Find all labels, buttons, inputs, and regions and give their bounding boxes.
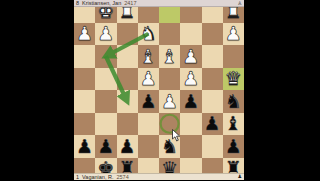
chess-board[interactable]: ♚♜♜♟♟♞♟♝♝♟♟♟♛♟♟♟♞♟♝♟♟♟♞♟♚♜♛♜ (74, 0, 244, 180)
square-b6[interactable]: ♟ (202, 113, 223, 136)
square-b7[interactable] (202, 135, 223, 158)
white-bishop-d3[interactable]: ♝ (161, 47, 178, 66)
square-c7[interactable] (180, 135, 201, 158)
square-h6[interactable] (74, 113, 95, 136)
square-d7[interactable]: ♞ (159, 135, 180, 158)
black-pawn-g7[interactable]: ♟ (97, 137, 114, 156)
square-b2[interactable] (202, 23, 223, 46)
square-h3[interactable] (74, 45, 95, 68)
bottom-player-rating: 2574 (116, 174, 128, 180)
chess-app-window: 8 Kristiansen, Jan 2417 ♙ ♚♜♜♟♟♞♟♝♝♟♟♟♛♟… (0, 0, 320, 180)
white-pawn-e4[interactable]: ♟ (140, 69, 157, 88)
square-h4[interactable] (74, 68, 95, 91)
black-side-icon: ♟ (238, 174, 242, 179)
white-pawn-g2[interactable]: ♟ (97, 24, 114, 43)
square-b5[interactable] (202, 90, 223, 113)
square-g3[interactable] (95, 45, 116, 68)
white-knight-e2[interactable]: ♞ (140, 24, 157, 43)
white-queen-a4[interactable]: ♛ (225, 69, 242, 88)
square-c2[interactable] (180, 23, 201, 46)
black-pawn-e5[interactable]: ♟ (140, 92, 157, 111)
square-e4[interactable]: ♟ (138, 68, 159, 91)
white-pawn-a2[interactable]: ♟ (225, 24, 242, 43)
square-f7[interactable]: ♟ (117, 135, 138, 158)
square-f2[interactable] (117, 23, 138, 46)
black-pawn-c5[interactable]: ♟ (182, 92, 199, 111)
white-pawn-c4[interactable]: ♟ (182, 69, 199, 88)
bottom-player-bar: 1 Vaganian, R. 2574 ♟ (74, 173, 244, 181)
top-player-name: Kristiansen, Jan (82, 0, 121, 6)
square-b3[interactable] (202, 45, 223, 68)
square-g4[interactable] (95, 68, 116, 91)
black-knight-d7[interactable]: ♞ (161, 137, 178, 156)
black-pawn-b6[interactable]: ♟ (204, 114, 221, 133)
top-bar-prefix: 8 (76, 0, 79, 6)
white-pawn-c3[interactable]: ♟ (182, 47, 199, 66)
square-f4[interactable] (117, 68, 138, 91)
square-g7[interactable]: ♟ (95, 135, 116, 158)
square-b4[interactable] (202, 68, 223, 91)
square-e2[interactable]: ♞ (138, 23, 159, 46)
square-d3[interactable]: ♝ (159, 45, 180, 68)
black-knight-a5[interactable]: ♞ (225, 92, 242, 111)
square-h7[interactable]: ♟ (74, 135, 95, 158)
square-f6[interactable] (117, 113, 138, 136)
square-f5[interactable] (117, 90, 138, 113)
bottom-bar-prefix: 1 (76, 174, 79, 180)
white-side-icon: ♙ (238, 1, 242, 6)
square-e3[interactable]: ♝ (138, 45, 159, 68)
square-g6[interactable] (95, 113, 116, 136)
square-c6[interactable] (180, 113, 201, 136)
white-pawn-h2[interactable]: ♟ (76, 24, 93, 43)
square-g2[interactable]: ♟ (95, 23, 116, 46)
top-player-rating: 2417 (124, 0, 136, 6)
square-c3[interactable]: ♟ (180, 45, 201, 68)
square-c4[interactable]: ♟ (180, 68, 201, 91)
bottom-player-name: Vaganian, R. (82, 174, 113, 180)
square-d2[interactable] (159, 23, 180, 46)
square-e5[interactable]: ♟ (138, 90, 159, 113)
square-h5[interactable] (74, 90, 95, 113)
square-a6[interactable]: ♝ (223, 113, 244, 136)
square-d4[interactable] (159, 68, 180, 91)
white-bishop-e3[interactable]: ♝ (140, 47, 157, 66)
white-pawn-d5[interactable]: ♟ (161, 92, 178, 111)
square-c5[interactable]: ♟ (180, 90, 201, 113)
square-d6[interactable] (159, 113, 180, 136)
square-e7[interactable] (138, 135, 159, 158)
square-a3[interactable] (223, 45, 244, 68)
square-f3[interactable] (117, 45, 138, 68)
black-pawn-f7[interactable]: ♟ (119, 137, 136, 156)
black-pawn-a7[interactable]: ♟ (225, 137, 242, 156)
square-a7[interactable]: ♟ (223, 135, 244, 158)
black-bishop-a6[interactable]: ♝ (225, 114, 242, 133)
square-g5[interactable] (95, 90, 116, 113)
square-e6[interactable] (138, 113, 159, 136)
black-pawn-h7[interactable]: ♟ (76, 137, 93, 156)
top-player-bar: 8 Kristiansen, Jan 2417 ♙ (74, 0, 244, 7)
square-a5[interactable]: ♞ (223, 90, 244, 113)
square-d5[interactable]: ♟ (159, 90, 180, 113)
square-a4[interactable]: ♛ (223, 68, 244, 91)
square-h2[interactable]: ♟ (74, 23, 95, 46)
square-a2[interactable]: ♟ (223, 23, 244, 46)
